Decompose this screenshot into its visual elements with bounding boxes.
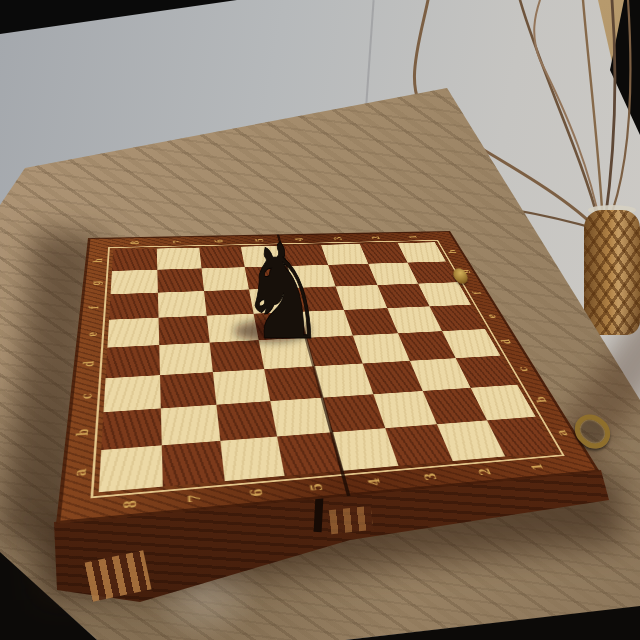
coord-left-h: h <box>87 250 109 272</box>
square-f8[interactable] <box>109 293 158 320</box>
coord-left-e: e <box>79 320 104 349</box>
square-b8[interactable] <box>101 408 162 450</box>
scene: 88hh77gg66ff55ee44dd33cc22bb11aa ♞ <box>0 0 640 640</box>
coord-left-g: g <box>85 271 108 295</box>
wicker-vase <box>584 210 640 335</box>
square-a7[interactable] <box>162 441 225 487</box>
square-c7[interactable] <box>160 372 216 408</box>
square-e7[interactable] <box>159 316 210 345</box>
square-h8[interactable] <box>112 249 157 271</box>
square-h6[interactable] <box>199 247 244 269</box>
coord-far-6: 6 <box>198 236 240 245</box>
square-h7[interactable] <box>157 248 202 270</box>
square-b6[interactable] <box>216 401 277 441</box>
coord-far-7: 7 <box>157 237 200 247</box>
black-knight[interactable]: ♞ <box>239 215 327 368</box>
coord-left-a: a <box>63 450 95 495</box>
coord-left-d: d <box>75 348 102 380</box>
square-a6[interactable] <box>220 436 284 481</box>
coord-left-b: b <box>68 413 98 453</box>
square-d7[interactable] <box>159 343 213 376</box>
coord-far-1: 1 <box>393 232 434 241</box>
finger-joint-middle <box>329 506 373 534</box>
coord-left-f: f <box>82 294 106 320</box>
square-g7[interactable] <box>157 268 204 292</box>
coord-far-8: 8 <box>113 238 156 248</box>
square-d8[interactable] <box>106 345 160 378</box>
square-a8[interactable] <box>99 445 163 492</box>
coord-far-2: 2 <box>356 233 397 242</box>
square-f7[interactable] <box>158 291 207 318</box>
square-c6[interactable] <box>213 369 270 405</box>
square-g8[interactable] <box>111 270 158 295</box>
square-b7[interactable] <box>161 405 221 446</box>
coord-left-c: c <box>72 379 100 415</box>
square-e8[interactable] <box>107 318 159 348</box>
black-knight-glyph: ♞ <box>239 215 327 368</box>
square-c8[interactable] <box>104 375 161 412</box>
